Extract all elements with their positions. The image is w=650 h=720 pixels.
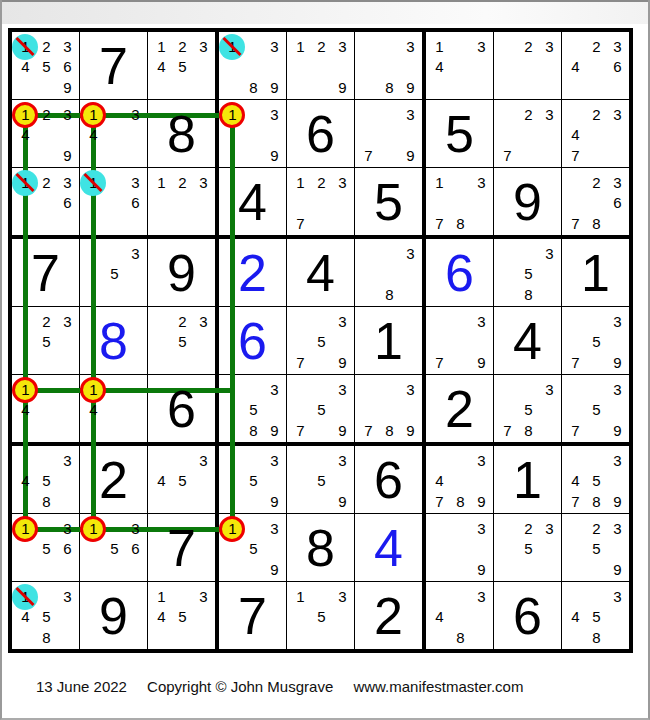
candidate-5: 5 (518, 264, 539, 285)
cell-r9c2[interactable]: 9 (80, 582, 148, 649)
cell-r4c5[interactable]: 4 (287, 239, 355, 307)
candidate-9: 9 (264, 77, 285, 98)
pencil-marks: 2359 (562, 514, 629, 581)
candidate-3: 3 (607, 311, 628, 332)
given-digit: 6 (287, 100, 354, 167)
pencil-marks: 3579 (562, 307, 629, 374)
pencil-marks: 14 (12, 375, 79, 442)
pencil-marks: 134 (426, 32, 493, 99)
candidate-6: 6 (607, 57, 628, 78)
candidate-3: 3 (264, 104, 285, 125)
cell-r3c1[interactable]: 1236 (12, 168, 80, 239)
candidate-9: 9 (471, 491, 492, 512)
candidate-1: 1 (83, 172, 104, 193)
candidate-3: 3 (607, 518, 628, 539)
pencil-marks: 3458 (12, 446, 79, 513)
candidate-6: 6 (57, 539, 78, 560)
candidate-3: 3 (607, 104, 628, 125)
pencil-marks: 13458 (12, 582, 79, 649)
candidate-7: 7 (565, 145, 586, 166)
pencil-marks: 3589 (219, 375, 286, 442)
candidate-9: 9 (332, 491, 353, 512)
footer-copyright: Copyright © John Musgrave (147, 678, 333, 695)
cell-r7c4[interactable]: 359 (219, 446, 287, 514)
pencil-marks: 3579 (287, 375, 354, 442)
pencil-marks: 359 (219, 446, 286, 513)
candidate-4: 4 (429, 471, 450, 492)
candidate-7: 7 (565, 420, 586, 441)
candidate-8: 8 (379, 284, 400, 305)
pencil-marks: 237 (494, 100, 561, 167)
candidate-7: 7 (565, 213, 586, 234)
candidate-9: 9 (400, 420, 421, 441)
candidate-5: 5 (36, 332, 57, 353)
pencil-marks: 1356 (80, 514, 147, 581)
candidate-3: 3 (264, 379, 285, 400)
candidate-5: 5 (36, 57, 57, 78)
candidate-1: 1 (222, 518, 243, 539)
footer-date: 13 June 2022 (36, 678, 127, 695)
pencil-marks: 1345 (148, 582, 215, 649)
cell-r7c5[interactable]: 359 (287, 446, 355, 514)
candidate-3: 3 (471, 586, 492, 607)
candidate-3: 3 (471, 450, 492, 471)
candidate-8: 8 (518, 284, 539, 305)
candidate-4: 4 (15, 125, 36, 146)
cell-r9c9[interactable]: 3458 (562, 582, 629, 649)
candidate-8: 8 (586, 627, 607, 648)
candidate-3: 3 (125, 172, 146, 193)
candidate-1: 1 (83, 104, 104, 125)
cell-r3c3[interactable]: 123 (148, 168, 219, 239)
board-area: 1234569712345138912393891342323461234913… (8, 28, 633, 653)
candidate-4: 4 (565, 125, 586, 146)
cell-r2c5[interactable]: 6 (287, 100, 355, 168)
candidate-3: 3 (57, 311, 78, 332)
candidate-3: 3 (57, 36, 78, 57)
cell-r1c5[interactable]: 1239 (287, 32, 355, 100)
pencil-marks: 139 (219, 100, 286, 167)
candidate-1: 1 (15, 104, 36, 125)
given-digit: 5 (426, 100, 493, 167)
candidate-5: 5 (586, 539, 607, 560)
candidate-9: 9 (400, 77, 421, 98)
candidate-7: 7 (290, 420, 311, 441)
given-digit: 8 (287, 514, 354, 581)
candidate-2: 2 (172, 172, 193, 193)
solved-digit: 8 (80, 307, 147, 374)
candidate-6: 6 (57, 57, 78, 78)
candidate-2: 2 (311, 172, 332, 193)
cell-r5c1[interactable]: 235 (12, 307, 80, 375)
cell-r6c5[interactable]: 3579 (287, 375, 355, 446)
candidate-3: 3 (125, 518, 146, 539)
pencil-marks: 235 (148, 307, 215, 374)
cell-r1c7[interactable]: 134 (426, 32, 494, 100)
cell-r9c8[interactable]: 6 (494, 582, 562, 649)
candidate-3: 3 (607, 172, 628, 193)
cell-r8c2[interactable]: 1356 (80, 514, 148, 582)
candidate-1: 1 (151, 36, 172, 57)
candidate-2: 2 (172, 36, 193, 57)
cell-r3c4[interactable]: 4 (219, 168, 287, 239)
cell-r7c7[interactable]: 34789 (426, 446, 494, 514)
candidate-8: 8 (450, 627, 471, 648)
cell-r9c5[interactable]: 135 (287, 582, 355, 649)
cell-r5c5[interactable]: 3579 (287, 307, 355, 375)
pencil-marks: 348 (426, 582, 493, 649)
cell-r4c1[interactable]: 7 (12, 239, 80, 307)
cell-r3c8[interactable]: 9 (494, 168, 562, 239)
cell-r9c7[interactable]: 348 (426, 582, 494, 649)
solved-digit: 4 (355, 514, 422, 581)
candidate-2: 2 (311, 36, 332, 57)
candidate-2: 2 (518, 518, 539, 539)
cell-r7c9[interactable]: 345789 (562, 446, 629, 514)
cell-r5c6[interactable]: 1 (355, 307, 426, 375)
candidate-3: 3 (539, 243, 560, 264)
given-digit: 7 (219, 582, 286, 649)
pencil-marks: 1236 (12, 168, 79, 235)
candidate-7: 7 (497, 420, 518, 441)
pencil-marks: 3579 (287, 307, 354, 374)
cell-r3c9[interactable]: 23678 (562, 168, 629, 239)
candidate-4: 4 (565, 57, 586, 78)
cell-r2c8[interactable]: 237 (494, 100, 562, 168)
pencil-marks: 379 (426, 307, 493, 374)
cell-r4c4[interactable]: 2 (219, 239, 287, 307)
cell-r5c2[interactable]: 8 (80, 307, 148, 375)
given-digit: 9 (148, 239, 215, 306)
given-digit: 4 (494, 307, 561, 374)
cell-r2c9[interactable]: 2347 (562, 100, 629, 168)
cell-r7c8[interactable]: 1 (494, 446, 562, 514)
cell-r8c6[interactable]: 4 (355, 514, 426, 582)
candidate-1: 1 (151, 586, 172, 607)
candidate-7: 7 (358, 420, 379, 441)
cell-r4c8[interactable]: 358 (494, 239, 562, 307)
sudoku-board: 1234569712345138912393891342323461234913… (8, 28, 633, 653)
candidate-1: 1 (151, 172, 172, 193)
cell-r1c6[interactable]: 389 (355, 32, 426, 100)
pencil-marks: 389 (355, 32, 422, 99)
candidate-5: 5 (36, 607, 57, 628)
cell-r5c3[interactable]: 235 (148, 307, 219, 375)
candidate-3: 3 (332, 586, 353, 607)
cell-r3c6[interactable]: 5 (355, 168, 426, 239)
cell-r2c6[interactable]: 379 (355, 100, 426, 168)
pencil-marks: 3579 (562, 375, 629, 442)
given-digit: 7 (148, 514, 215, 581)
cell-r2c4[interactable]: 139 (219, 100, 287, 168)
candidate-3: 3 (193, 450, 214, 471)
cell-r7c2[interactable]: 2 (80, 446, 148, 514)
cell-r2c3[interactable]: 8 (148, 100, 219, 168)
candidate-5: 5 (586, 400, 607, 421)
candidate-9: 9 (264, 145, 285, 166)
given-digit: 7 (80, 32, 147, 99)
given-digit: 4 (287, 239, 354, 306)
candidate-1: 1 (290, 36, 311, 57)
cell-r1c9[interactable]: 2346 (562, 32, 629, 100)
candidate-9: 9 (607, 352, 628, 373)
candidate-4: 4 (565, 607, 586, 628)
pencil-marks: 1237 (287, 168, 354, 235)
candidate-8: 8 (243, 420, 264, 441)
cell-r2c2[interactable]: 134 (80, 100, 148, 168)
candidate-2: 2 (586, 36, 607, 57)
cell-r3c2[interactable]: 136 (80, 168, 148, 239)
pencil-marks: 1359 (219, 514, 286, 581)
candidate-8: 8 (36, 627, 57, 648)
candidate-8: 8 (586, 491, 607, 512)
candidate-1: 1 (83, 518, 104, 539)
cell-r4c2[interactable]: 35 (80, 239, 148, 307)
cell-r1c3[interactable]: 12345 (148, 32, 219, 100)
cell-r6c6[interactable]: 3789 (355, 375, 426, 446)
given-digit: 8 (148, 100, 215, 167)
candidate-4: 4 (15, 400, 36, 421)
candidate-8: 8 (379, 77, 400, 98)
pencil-marks: 1389 (219, 32, 286, 99)
pencil-marks: 135 (287, 582, 354, 649)
candidate-5: 5 (243, 400, 264, 421)
candidate-5: 5 (36, 471, 57, 492)
pencil-marks: 3578 (494, 375, 561, 442)
cell-r9c6[interactable]: 2 (355, 582, 426, 649)
candidate-9: 9 (57, 77, 78, 98)
candidate-2: 2 (36, 311, 57, 332)
candidate-5: 5 (518, 539, 539, 560)
given-digit: 2 (355, 582, 422, 649)
candidate-3: 3 (193, 586, 214, 607)
given-digit: 1 (562, 239, 629, 306)
cell-r3c7[interactable]: 1378 (426, 168, 494, 239)
candidate-1: 1 (15, 518, 36, 539)
candidate-9: 9 (332, 77, 353, 98)
candidate-3: 3 (400, 36, 421, 57)
pencil-marks: 39 (426, 514, 493, 581)
cell-r2c1[interactable]: 12349 (12, 100, 80, 168)
candidate-3: 3 (471, 518, 492, 539)
cell-r5c8[interactable]: 4 (494, 307, 562, 375)
pencil-marks: 2347 (562, 100, 629, 167)
candidate-5: 5 (586, 471, 607, 492)
cell-r8c8[interactable]: 235 (494, 514, 562, 582)
solved-digit: 2 (219, 239, 286, 306)
footer-website[interactable]: www.manifestmaster.com (353, 678, 523, 695)
cell-r2c7[interactable]: 5 (426, 100, 494, 168)
candidate-3: 3 (57, 518, 78, 539)
candidate-5: 5 (104, 539, 125, 560)
candidate-4: 4 (151, 607, 172, 628)
candidate-3: 3 (332, 450, 353, 471)
candidate-7: 7 (290, 352, 311, 373)
pencil-marks: 1378 (426, 168, 493, 235)
cell-r5c9[interactable]: 3579 (562, 307, 629, 375)
candidate-3: 3 (332, 379, 353, 400)
cell-r8c7[interactable]: 39 (426, 514, 494, 582)
candidate-1: 1 (83, 379, 104, 400)
pencil-marks: 1234569 (12, 32, 79, 99)
candidate-3: 3 (57, 586, 78, 607)
cell-r6c3[interactable]: 6 (148, 375, 219, 446)
candidate-1: 1 (15, 36, 36, 57)
cell-r4c3[interactable]: 9 (148, 239, 219, 307)
cell-r5c4[interactable]: 6 (219, 307, 287, 375)
cell-r5c7[interactable]: 379 (426, 307, 494, 375)
pencil-marks: 35 (80, 239, 147, 306)
pencil-marks: 379 (355, 100, 422, 167)
cell-r7c3[interactable]: 345 (148, 446, 219, 514)
candidate-3: 3 (539, 379, 560, 400)
cell-r6c1[interactable]: 14 (12, 375, 80, 446)
candidate-3: 3 (471, 311, 492, 332)
cell-r7c1[interactable]: 3458 (12, 446, 80, 514)
candidate-2: 2 (172, 311, 193, 332)
candidate-2: 2 (36, 104, 57, 125)
candidate-1: 1 (15, 586, 36, 607)
candidate-5: 5 (172, 607, 193, 628)
candidate-5: 5 (172, 57, 193, 78)
candidate-9: 9 (400, 145, 421, 166)
candidate-3: 3 (125, 243, 146, 264)
candidate-3: 3 (57, 450, 78, 471)
candidate-3: 3 (57, 104, 78, 125)
candidate-1: 1 (429, 36, 450, 57)
pencil-marks: 345 (148, 446, 215, 513)
candidate-3: 3 (539, 36, 560, 57)
cell-r6c4[interactable]: 3589 (219, 375, 287, 446)
cell-r6c2[interactable]: 14 (80, 375, 148, 446)
pencil-marks: 235 (494, 514, 561, 581)
pencil-marks: 358 (494, 239, 561, 306)
cell-r1c4[interactable]: 1389 (219, 32, 287, 100)
candidate-8: 8 (586, 213, 607, 234)
pencil-marks: 136 (80, 168, 147, 235)
candidate-9: 9 (607, 491, 628, 512)
candidate-8: 8 (450, 491, 471, 512)
candidate-9: 9 (264, 491, 285, 512)
cell-r9c3[interactable]: 1345 (148, 582, 219, 649)
candidate-4: 4 (15, 57, 36, 78)
candidate-7: 7 (358, 145, 379, 166)
candidate-4: 4 (151, 57, 172, 78)
pencil-marks: 34789 (426, 446, 493, 513)
candidate-3: 3 (539, 518, 560, 539)
candidate-9: 9 (264, 559, 285, 580)
pencil-marks: 38 (355, 239, 422, 306)
candidate-5: 5 (36, 539, 57, 560)
candidate-2: 2 (36, 36, 57, 57)
candidate-6: 6 (607, 193, 628, 214)
candidate-2: 2 (586, 518, 607, 539)
candidate-9: 9 (607, 559, 628, 580)
given-digit: 1 (494, 446, 561, 513)
pencil-marks: 345789 (562, 446, 629, 513)
candidate-2: 2 (586, 104, 607, 125)
candidate-3: 3 (332, 311, 353, 332)
candidate-4: 4 (565, 471, 586, 492)
cell-r4c7[interactable]: 6 (426, 239, 494, 307)
candidate-3: 3 (607, 450, 628, 471)
candidate-1: 1 (15, 379, 36, 400)
cell-r1c8[interactable]: 23 (494, 32, 562, 100)
candidate-3: 3 (332, 36, 353, 57)
given-digit: 7 (12, 239, 79, 306)
cell-r8c9[interactable]: 2359 (562, 514, 629, 582)
pencil-marks: 134 (80, 100, 147, 167)
candidate-3: 3 (264, 450, 285, 471)
candidate-3: 3 (193, 311, 214, 332)
cell-r8c1[interactable]: 1356 (12, 514, 80, 582)
candidate-3: 3 (57, 172, 78, 193)
footer: 13 June 2022 Copyright © John Musgrave w… (36, 678, 523, 695)
candidate-5: 5 (311, 400, 332, 421)
candidate-1: 1 (290, 586, 311, 607)
given-digit: 1 (355, 307, 422, 374)
given-digit: 6 (494, 582, 561, 649)
cell-r3c5[interactable]: 1237 (287, 168, 355, 239)
cell-r7c6[interactable]: 6 (355, 446, 426, 514)
cell-r8c3[interactable]: 7 (148, 514, 219, 582)
pencil-marks: 12345 (148, 32, 215, 99)
candidate-5: 5 (311, 332, 332, 353)
candidate-1: 1 (429, 172, 450, 193)
candidate-6: 6 (57, 193, 78, 214)
candidate-3: 3 (471, 172, 492, 193)
given-digit: 9 (494, 168, 561, 235)
candidate-9: 9 (332, 420, 353, 441)
cell-r1c2[interactable]: 7 (80, 32, 148, 100)
cell-r1c1[interactable]: 1234569 (12, 32, 80, 100)
cell-r6c8[interactable]: 3578 (494, 375, 562, 446)
pencil-marks: 123 (148, 168, 215, 235)
cell-r8c5[interactable]: 8 (287, 514, 355, 582)
candidate-4: 4 (83, 125, 104, 146)
given-digit: 2 (426, 375, 493, 442)
candidate-3: 3 (539, 104, 560, 125)
candidate-1: 1 (222, 104, 243, 125)
pencil-marks: 14 (80, 375, 147, 442)
candidate-3: 3 (332, 172, 353, 193)
candidate-3: 3 (125, 104, 146, 125)
cell-r6c9[interactable]: 3579 (562, 375, 629, 446)
cell-r6c7[interactable]: 2 (426, 375, 494, 446)
candidate-5: 5 (311, 607, 332, 628)
given-digit: 2 (80, 446, 147, 513)
candidate-9: 9 (57, 145, 78, 166)
candidate-3: 3 (400, 104, 421, 125)
given-digit: 9 (80, 582, 147, 649)
cell-r4c6[interactable]: 38 (355, 239, 426, 307)
pencil-marks: 3458 (562, 582, 629, 649)
cell-r8c4[interactable]: 1359 (219, 514, 287, 582)
candidate-4: 4 (429, 57, 450, 78)
candidate-5: 5 (172, 332, 193, 353)
cell-r9c4[interactable]: 7 (219, 582, 287, 649)
candidate-7: 7 (565, 352, 586, 373)
candidate-5: 5 (104, 264, 125, 285)
candidate-6: 6 (125, 193, 146, 214)
given-digit: 5 (355, 168, 422, 235)
candidate-5: 5 (518, 400, 539, 421)
candidate-7: 7 (497, 145, 518, 166)
cell-r9c1[interactable]: 13458 (12, 582, 80, 649)
candidate-2: 2 (36, 172, 57, 193)
candidate-7: 7 (290, 213, 311, 234)
cell-r4c9[interactable]: 1 (562, 239, 629, 307)
